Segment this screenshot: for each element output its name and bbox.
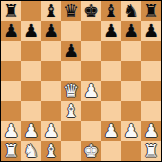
- square-g3[interactable]: [121, 101, 141, 121]
- black-queen: ♛: [63, 1, 79, 21]
- square-d7[interactable]: [61, 21, 81, 41]
- square-c7[interactable]: ♟: [41, 21, 61, 41]
- white-pawn: ♟: [43, 121, 59, 141]
- square-g1[interactable]: [121, 141, 141, 161]
- white-rook: ♜: [143, 141, 159, 161]
- square-h4[interactable]: [141, 81, 161, 101]
- square-d5[interactable]: [61, 61, 81, 81]
- black-pawn: ♟: [103, 21, 119, 41]
- square-b6[interactable]: [21, 41, 41, 61]
- square-h6[interactable]: [141, 41, 161, 61]
- square-d2[interactable]: [61, 121, 81, 141]
- square-h8[interactable]: ♜: [141, 1, 161, 21]
- white-pawn: ♟: [23, 121, 39, 141]
- black-pawn: ♟: [23, 21, 39, 41]
- square-c8[interactable]: ♝: [41, 1, 61, 21]
- square-f1[interactable]: [101, 141, 121, 161]
- white-knight: ♞: [23, 141, 39, 161]
- square-f8[interactable]: ♝: [101, 1, 121, 21]
- square-e8[interactable]: ♚: [81, 1, 101, 21]
- white-pawn: ♟: [83, 81, 99, 101]
- black-pawn: ♟: [63, 41, 79, 61]
- square-c2[interactable]: ♟: [41, 121, 61, 141]
- square-d8[interactable]: ♛: [61, 1, 81, 21]
- square-b2[interactable]: ♟: [21, 121, 41, 141]
- square-f2[interactable]: ♟: [101, 121, 121, 141]
- square-a8[interactable]: ♜: [1, 1, 21, 21]
- square-g2[interactable]: ♟: [121, 121, 141, 141]
- square-c5[interactable]: [41, 61, 61, 81]
- square-a5[interactable]: [1, 61, 21, 81]
- square-b3[interactable]: [21, 101, 41, 121]
- square-f3[interactable]: [101, 101, 121, 121]
- square-e2[interactable]: [81, 121, 101, 141]
- white-queen: ♛: [63, 81, 79, 101]
- square-e1[interactable]: ♚: [81, 141, 101, 161]
- square-f5[interactable]: [101, 61, 121, 81]
- chess-board: ♜♝♛♚♝♞♜♟♟♟♟♟♟♟♛♟♝♟♟♟♟♟♟♜♞♝♚♜: [0, 0, 162, 162]
- square-a3[interactable]: [1, 101, 21, 121]
- square-g4[interactable]: [121, 81, 141, 101]
- square-g5[interactable]: [121, 61, 141, 81]
- square-e5[interactable]: [81, 61, 101, 81]
- square-e7[interactable]: [81, 21, 101, 41]
- square-f7[interactable]: ♟: [101, 21, 121, 41]
- square-f4[interactable]: [101, 81, 121, 101]
- black-bishop: ♝: [103, 1, 119, 21]
- black-bishop: ♝: [43, 1, 59, 21]
- square-a2[interactable]: ♟: [1, 121, 21, 141]
- square-b4[interactable]: [21, 81, 41, 101]
- white-bishop: ♝: [63, 101, 79, 121]
- square-b8[interactable]: [21, 1, 41, 21]
- square-g7[interactable]: ♟: [121, 21, 141, 41]
- black-knight: ♞: [123, 1, 139, 21]
- white-king: ♚: [83, 141, 99, 161]
- square-h1[interactable]: ♜: [141, 141, 161, 161]
- square-c6[interactable]: [41, 41, 61, 61]
- square-e4[interactable]: ♟: [81, 81, 101, 101]
- square-c3[interactable]: [41, 101, 61, 121]
- square-d3[interactable]: ♝: [61, 101, 81, 121]
- square-h5[interactable]: [141, 61, 161, 81]
- square-a6[interactable]: [1, 41, 21, 61]
- square-b1[interactable]: ♞: [21, 141, 41, 161]
- square-a7[interactable]: ♟: [1, 21, 21, 41]
- white-pawn: ♟: [3, 121, 19, 141]
- square-h2[interactable]: ♟: [141, 121, 161, 141]
- white-bishop: ♝: [43, 141, 59, 161]
- black-king: ♚: [83, 1, 99, 21]
- black-rook: ♜: [3, 1, 19, 21]
- white-rook: ♜: [3, 141, 19, 161]
- white-pawn: ♟: [143, 121, 159, 141]
- white-pawn: ♟: [123, 121, 139, 141]
- square-b7[interactable]: ♟: [21, 21, 41, 41]
- square-f6[interactable]: [101, 41, 121, 61]
- black-pawn: ♟: [3, 21, 19, 41]
- square-d1[interactable]: [61, 141, 81, 161]
- square-e3[interactable]: [81, 101, 101, 121]
- square-e6[interactable]: [81, 41, 101, 61]
- black-pawn: ♟: [43, 21, 59, 41]
- square-c1[interactable]: ♝: [41, 141, 61, 161]
- square-h3[interactable]: [141, 101, 161, 121]
- white-pawn: ♟: [103, 121, 119, 141]
- square-a1[interactable]: ♜: [1, 141, 21, 161]
- square-h7[interactable]: ♟: [141, 21, 161, 41]
- black-rook: ♜: [143, 1, 159, 21]
- square-b5[interactable]: [21, 61, 41, 81]
- square-c4[interactable]: [41, 81, 61, 101]
- square-g8[interactable]: ♞: [121, 1, 141, 21]
- square-d6[interactable]: ♟: [61, 41, 81, 61]
- black-pawn: ♟: [143, 21, 159, 41]
- black-pawn: ♟: [123, 21, 139, 41]
- square-d4[interactable]: ♛: [61, 81, 81, 101]
- square-g6[interactable]: [121, 41, 141, 61]
- square-a4[interactable]: [1, 81, 21, 101]
